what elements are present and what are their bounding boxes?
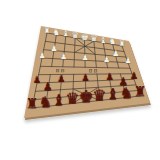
piece-red-cannon[interactable]: ♟ — [43, 82, 53, 93]
piece-white-soldier[interactable]: ♟ — [82, 54, 89, 62]
piece-red-chariot[interactable]: ♜ — [26, 97, 38, 111]
piece-white-general[interactable]: ♚ — [80, 32, 88, 41]
piece-white-soldier[interactable]: ♟ — [39, 52, 46, 60]
piece-red-soldier[interactable]: ♟ — [57, 75, 65, 84]
piece-white-advisor[interactable]: ♛ — [90, 34, 98, 43]
piece-red-general[interactable]: ♚ — [79, 89, 94, 105]
piece-red-horse[interactable]: ♞ — [39, 95, 52, 110]
piece-red-soldier[interactable]: ♟ — [130, 72, 138, 81]
piece-red-elephant[interactable]: ♝ — [52, 93, 65, 108]
piece-white-cannon[interactable]: ♟ — [112, 50, 119, 58]
piece-white-soldier[interactable]: ♟ — [103, 56, 110, 64]
piece-white-horse[interactable]: ♞ — [53, 28, 61, 36]
piece-white-soldier[interactable]: ♟ — [60, 53, 67, 61]
piece-white-horse[interactable]: ♞ — [109, 38, 117, 46]
piece-red-soldier[interactable]: ♟ — [81, 74, 89, 83]
piece-white-advisor[interactable]: ♛ — [71, 31, 79, 40]
piece-white-elephant[interactable]: ♝ — [62, 30, 70, 38]
piece-red-horse[interactable]: ♞ — [120, 86, 133, 101]
piece-red-soldier[interactable]: ♟ — [106, 73, 114, 82]
piece-white-cannon[interactable]: ♟ — [50, 44, 57, 52]
piece-white-elephant[interactable]: ♝ — [99, 36, 107, 44]
piece-white-chariot[interactable]: ♜ — [119, 40, 126, 48]
piece-red-soldier[interactable]: ♟ — [33, 76, 41, 85]
piece-red-advisor[interactable]: ♛ — [93, 88, 107, 104]
piece-red-chariot[interactable]: ♜ — [134, 85, 146, 99]
piece-red-advisor[interactable]: ♛ — [66, 91, 80, 107]
piece-white-soldier[interactable]: ♟ — [125, 57, 132, 65]
xiangqi-set-photo: ♜♞♝♛♚♛♝♞♜♟♟♟♟♟♟♟♟♟♟♟♟♟♟♜♞♝♛♚♛♝♞♜ — [0, 0, 160, 160]
piece-red-elephant[interactable]: ♝ — [106, 87, 119, 102]
piece-white-chariot[interactable]: ♜ — [44, 27, 51, 35]
